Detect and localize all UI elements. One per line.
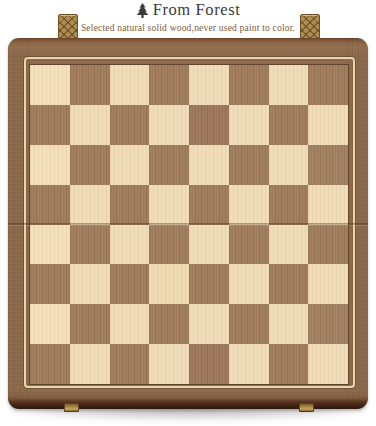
square-a2[interactable] — [30, 304, 70, 344]
square-c8[interactable] — [110, 65, 150, 105]
brand-tagline: Selected natural solid wood,never used p… — [0, 23, 376, 33]
square-d8[interactable] — [149, 65, 189, 105]
square-b6[interactable] — [70, 145, 110, 185]
square-d7[interactable] — [149, 105, 189, 145]
square-e3[interactable] — [189, 264, 229, 304]
square-b5[interactable] — [70, 185, 110, 225]
square-c1[interactable] — [110, 344, 150, 384]
square-h3[interactable] — [308, 264, 348, 304]
square-g4[interactable] — [269, 225, 309, 265]
square-b7[interactable] — [70, 105, 110, 145]
brand-title: From Forest — [153, 1, 241, 18]
square-h1[interactable] — [308, 344, 348, 384]
square-f2[interactable] — [229, 304, 269, 344]
square-a3[interactable] — [30, 264, 70, 304]
square-b2[interactable] — [70, 304, 110, 344]
square-b3[interactable] — [70, 264, 110, 304]
brass-foot-left — [64, 403, 79, 412]
square-d3[interactable] — [149, 264, 189, 304]
square-f3[interactable] — [229, 264, 269, 304]
square-g5[interactable] — [269, 185, 309, 225]
square-f1[interactable] — [229, 344, 269, 384]
square-d6[interactable] — [149, 145, 189, 185]
square-e1[interactable] — [189, 344, 229, 384]
square-d2[interactable] — [149, 304, 189, 344]
square-b4[interactable] — [70, 225, 110, 265]
square-a7[interactable] — [30, 105, 70, 145]
square-c5[interactable] — [110, 185, 150, 225]
square-e5[interactable] — [189, 185, 229, 225]
square-b1[interactable] — [70, 344, 110, 384]
square-c6[interactable] — [110, 145, 150, 185]
brass-foot-right — [299, 403, 314, 412]
square-g3[interactable] — [269, 264, 309, 304]
square-a1[interactable] — [30, 344, 70, 384]
square-h6[interactable] — [308, 145, 348, 185]
square-g6[interactable] — [269, 145, 309, 185]
square-h5[interactable] — [308, 185, 348, 225]
pine-tree-icon — [136, 3, 149, 18]
square-a6[interactable] — [30, 145, 70, 185]
square-a5[interactable] — [30, 185, 70, 225]
square-g1[interactable] — [269, 344, 309, 384]
square-h8[interactable] — [308, 65, 348, 105]
square-g7[interactable] — [269, 105, 309, 145]
square-e8[interactable] — [189, 65, 229, 105]
square-b8[interactable] — [70, 65, 110, 105]
square-a8[interactable] — [30, 65, 70, 105]
fold-seam — [8, 223, 368, 225]
header: From Forest Selected natural solid wood,… — [0, 0, 376, 33]
square-f8[interactable] — [229, 65, 269, 105]
square-h4[interactable] — [308, 225, 348, 265]
square-f7[interactable] — [229, 105, 269, 145]
square-d5[interactable] — [149, 185, 189, 225]
square-c3[interactable] — [110, 264, 150, 304]
square-e4[interactable] — [189, 225, 229, 265]
square-g2[interactable] — [269, 304, 309, 344]
square-a4[interactable] — [30, 225, 70, 265]
square-h7[interactable] — [308, 105, 348, 145]
square-d1[interactable] — [149, 344, 189, 384]
square-e2[interactable] — [189, 304, 229, 344]
square-e7[interactable] — [189, 105, 229, 145]
brand-row: From Forest — [136, 1, 241, 18]
square-d4[interactable] — [149, 225, 189, 265]
square-h2[interactable] — [308, 304, 348, 344]
square-f5[interactable] — [229, 185, 269, 225]
product-photo: From Forest Selected natural solid wood,… — [0, 0, 376, 426]
square-f6[interactable] — [229, 145, 269, 185]
chess-board — [8, 38, 368, 409]
square-g8[interactable] — [269, 65, 309, 105]
square-e6[interactable] — [189, 145, 229, 185]
square-f4[interactable] — [229, 225, 269, 265]
square-c2[interactable] — [110, 304, 150, 344]
square-c4[interactable] — [110, 225, 150, 265]
square-c7[interactable] — [110, 105, 150, 145]
